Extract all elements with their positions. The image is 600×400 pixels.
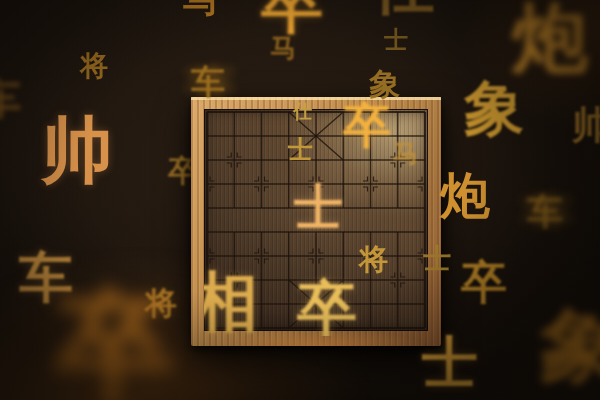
board-playing-surface xyxy=(204,109,428,331)
warm-glow-top-right xyxy=(460,0,600,130)
glyph-chariot-bottom-left: 车 xyxy=(19,251,73,305)
glyph-general-red-right-edge: 帅 xyxy=(572,106,600,144)
glyph-elephant-small-top: 象 xyxy=(369,69,400,100)
glyph-advisor-black-small-top: 士 xyxy=(384,28,408,52)
glyph-cannon-right: 炮 xyxy=(440,171,490,221)
frame-top-highlight xyxy=(191,97,441,100)
glyph-chariot-streak-top-left: 车 xyxy=(191,66,225,100)
board-grid-lines xyxy=(204,109,428,331)
glyph-chariot-streak-right: 车 xyxy=(527,194,563,230)
glyph-advisor-red-top-edge: 仕 xyxy=(372,0,436,17)
glyph-chariot-left-edge: 车 xyxy=(0,78,21,120)
glyph-horse-top-edge: 马 xyxy=(182,0,218,18)
glyph-soldier-right: 卒 xyxy=(461,260,507,306)
glyph-soldier-big-blur-bottom-left: 卒 xyxy=(55,290,173,400)
glyph-soldier-top-edge: 卒 xyxy=(261,0,323,36)
xiangqi-board xyxy=(191,97,441,346)
glyph-elephant-right: 象 xyxy=(464,79,524,139)
scene-stage: 相卒 卒马卒仕炮将士马象车帅车象帅炮车卒士士象车将卒仕卒士马士将 xyxy=(0,0,600,400)
glyph-general-black-left: 将 xyxy=(80,52,108,80)
glyph-elephant-blur-bottom-right: 象 xyxy=(540,306,600,386)
glyph-horse-small-top: 马 xyxy=(270,36,296,62)
glyph-cannon-top-right: 炮 xyxy=(512,0,588,76)
glyph-general-red-big-left: 帅 xyxy=(41,115,113,187)
glyph-general-black-bottom: 将 xyxy=(145,287,177,319)
